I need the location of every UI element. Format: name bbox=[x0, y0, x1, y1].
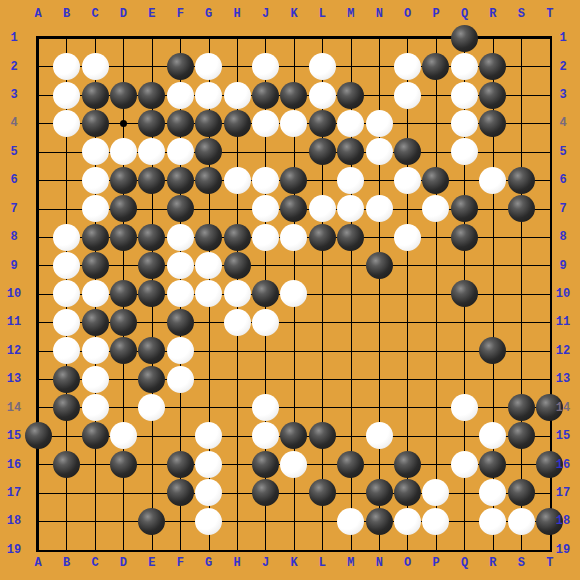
intersection-E2[interactable] bbox=[138, 52, 166, 80]
intersection-L4[interactable] bbox=[308, 109, 336, 137]
intersection-L10[interactable] bbox=[308, 280, 336, 308]
intersection-K4[interactable] bbox=[280, 109, 308, 137]
intersection-G8[interactable] bbox=[194, 223, 222, 251]
intersection-H4[interactable] bbox=[223, 109, 251, 137]
intersection-P9[interactable] bbox=[422, 251, 450, 279]
intersection-S11[interactable] bbox=[507, 308, 535, 336]
intersection-H18[interactable] bbox=[223, 507, 251, 535]
intersection-L12[interactable] bbox=[308, 336, 336, 364]
intersection-Q15[interactable] bbox=[450, 422, 478, 450]
intersection-L16[interactable] bbox=[308, 450, 336, 478]
intersection-K14[interactable] bbox=[280, 393, 308, 421]
intersection-R11[interactable] bbox=[479, 308, 507, 336]
intersection-J2[interactable] bbox=[251, 52, 279, 80]
intersection-P4[interactable] bbox=[422, 109, 450, 137]
intersection-G10[interactable] bbox=[194, 280, 222, 308]
intersection-S16[interactable] bbox=[507, 450, 535, 478]
intersection-Q6[interactable] bbox=[450, 166, 478, 194]
intersection-F13[interactable] bbox=[166, 365, 194, 393]
intersection-K18[interactable] bbox=[280, 507, 308, 535]
intersection-D10[interactable] bbox=[109, 280, 137, 308]
intersection-K15[interactable] bbox=[280, 422, 308, 450]
intersection-C4[interactable] bbox=[81, 109, 109, 137]
intersection-R7[interactable] bbox=[479, 194, 507, 222]
intersection-B18[interactable] bbox=[52, 507, 80, 535]
intersection-B13[interactable] bbox=[52, 365, 80, 393]
intersection-J3[interactable] bbox=[251, 81, 279, 109]
intersection-K3[interactable] bbox=[280, 81, 308, 109]
intersection-M12[interactable] bbox=[336, 336, 364, 364]
intersection-O17[interactable] bbox=[393, 479, 421, 507]
intersection-Q16[interactable] bbox=[450, 450, 478, 478]
intersection-H12[interactable] bbox=[223, 336, 251, 364]
intersection-H8[interactable] bbox=[223, 223, 251, 251]
intersection-G12[interactable] bbox=[194, 336, 222, 364]
intersection-S15[interactable] bbox=[507, 422, 535, 450]
intersection-C6[interactable] bbox=[81, 166, 109, 194]
intersection-F16[interactable] bbox=[166, 450, 194, 478]
intersection-C13[interactable] bbox=[81, 365, 109, 393]
intersection-L2[interactable] bbox=[308, 52, 336, 80]
intersection-R12[interactable] bbox=[479, 336, 507, 364]
intersection-O7[interactable] bbox=[393, 194, 421, 222]
intersection-F12[interactable] bbox=[166, 336, 194, 364]
intersection-H13[interactable] bbox=[223, 365, 251, 393]
intersection-H10[interactable] bbox=[223, 280, 251, 308]
intersection-P15[interactable] bbox=[422, 422, 450, 450]
intersection-M13[interactable] bbox=[336, 365, 364, 393]
intersection-O16[interactable] bbox=[393, 450, 421, 478]
intersection-B11[interactable] bbox=[52, 308, 80, 336]
intersection-F2[interactable] bbox=[166, 52, 194, 80]
intersection-E16[interactable] bbox=[138, 450, 166, 478]
intersection-S8[interactable] bbox=[507, 223, 535, 251]
intersection-G15[interactable] bbox=[194, 422, 222, 450]
intersection-J5[interactable] bbox=[251, 138, 279, 166]
intersection-R18[interactable] bbox=[479, 507, 507, 535]
intersection-P14[interactable] bbox=[422, 393, 450, 421]
intersection-Q9[interactable] bbox=[450, 251, 478, 279]
intersection-D14[interactable] bbox=[109, 393, 137, 421]
intersection-M5[interactable] bbox=[336, 138, 364, 166]
intersection-N3[interactable] bbox=[365, 81, 393, 109]
intersection-Q12[interactable] bbox=[450, 336, 478, 364]
intersection-O18[interactable] bbox=[393, 507, 421, 535]
intersection-O4[interactable] bbox=[393, 109, 421, 137]
intersection-A18[interactable] bbox=[24, 507, 52, 535]
intersection-K1[interactable] bbox=[280, 24, 308, 52]
intersection-N18[interactable] bbox=[365, 507, 393, 535]
intersection-G18[interactable] bbox=[194, 507, 222, 535]
intersection-M7[interactable] bbox=[336, 194, 364, 222]
intersection-B15[interactable] bbox=[52, 422, 80, 450]
intersection-J18[interactable] bbox=[251, 507, 279, 535]
intersection-S5[interactable] bbox=[507, 138, 535, 166]
intersection-B7[interactable] bbox=[52, 194, 80, 222]
intersection-R6[interactable] bbox=[479, 166, 507, 194]
intersection-J11[interactable] bbox=[251, 308, 279, 336]
intersection-M18[interactable] bbox=[336, 507, 364, 535]
intersection-F7[interactable] bbox=[166, 194, 194, 222]
intersection-P7[interactable] bbox=[422, 194, 450, 222]
intersection-C9[interactable] bbox=[81, 251, 109, 279]
intersection-P17[interactable] bbox=[422, 479, 450, 507]
intersection-G7[interactable] bbox=[194, 194, 222, 222]
intersection-G9[interactable] bbox=[194, 251, 222, 279]
intersection-L17[interactable] bbox=[308, 479, 336, 507]
intersection-E1[interactable] bbox=[138, 24, 166, 52]
intersection-C14[interactable] bbox=[81, 393, 109, 421]
intersection-O13[interactable] bbox=[393, 365, 421, 393]
intersection-N10[interactable] bbox=[365, 280, 393, 308]
intersection-K10[interactable] bbox=[280, 280, 308, 308]
intersection-S1[interactable] bbox=[507, 24, 535, 52]
intersection-M17[interactable] bbox=[336, 479, 364, 507]
intersection-D5[interactable] bbox=[109, 138, 137, 166]
intersection-F15[interactable] bbox=[166, 422, 194, 450]
intersection-G16[interactable] bbox=[194, 450, 222, 478]
intersection-R3[interactable] bbox=[479, 81, 507, 109]
intersection-F9[interactable] bbox=[166, 251, 194, 279]
intersection-G17[interactable] bbox=[194, 479, 222, 507]
intersection-N15[interactable] bbox=[365, 422, 393, 450]
intersection-N8[interactable] bbox=[365, 223, 393, 251]
intersection-M16[interactable] bbox=[336, 450, 364, 478]
intersection-K5[interactable] bbox=[280, 138, 308, 166]
intersection-H7[interactable] bbox=[223, 194, 251, 222]
intersection-Q17[interactable] bbox=[450, 479, 478, 507]
intersection-F5[interactable] bbox=[166, 138, 194, 166]
intersection-D16[interactable] bbox=[109, 450, 137, 478]
intersection-S2[interactable] bbox=[507, 52, 535, 80]
intersection-L3[interactable] bbox=[308, 81, 336, 109]
intersection-K11[interactable] bbox=[280, 308, 308, 336]
intersection-E18[interactable] bbox=[138, 507, 166, 535]
intersection-D17[interactable] bbox=[109, 479, 137, 507]
intersection-O3[interactable] bbox=[393, 81, 421, 109]
intersection-A16[interactable] bbox=[24, 450, 52, 478]
intersection-H14[interactable] bbox=[223, 393, 251, 421]
intersection-O5[interactable] bbox=[393, 138, 421, 166]
intersection-Q4[interactable] bbox=[450, 109, 478, 137]
intersection-O6[interactable] bbox=[393, 166, 421, 194]
intersection-H2[interactable] bbox=[223, 52, 251, 80]
intersection-G1[interactable] bbox=[194, 24, 222, 52]
intersection-Q11[interactable] bbox=[450, 308, 478, 336]
intersection-Q8[interactable] bbox=[450, 223, 478, 251]
intersection-C16[interactable] bbox=[81, 450, 109, 478]
intersection-P8[interactable] bbox=[422, 223, 450, 251]
intersection-O10[interactable] bbox=[393, 280, 421, 308]
intersection-B14[interactable] bbox=[52, 393, 80, 421]
intersection-H3[interactable] bbox=[223, 81, 251, 109]
intersection-L13[interactable] bbox=[308, 365, 336, 393]
intersection-L5[interactable] bbox=[308, 138, 336, 166]
intersection-D9[interactable] bbox=[109, 251, 137, 279]
intersection-F1[interactable] bbox=[166, 24, 194, 52]
intersection-J17[interactable] bbox=[251, 479, 279, 507]
intersection-N14[interactable] bbox=[365, 393, 393, 421]
intersection-A1[interactable] bbox=[24, 24, 52, 52]
intersection-G4[interactable] bbox=[194, 109, 222, 137]
intersection-Q7[interactable] bbox=[450, 194, 478, 222]
intersection-O9[interactable] bbox=[393, 251, 421, 279]
intersection-J4[interactable] bbox=[251, 109, 279, 137]
intersection-H15[interactable] bbox=[223, 422, 251, 450]
intersection-S6[interactable] bbox=[507, 166, 535, 194]
intersection-J13[interactable] bbox=[251, 365, 279, 393]
intersection-C12[interactable] bbox=[81, 336, 109, 364]
intersection-J9[interactable] bbox=[251, 251, 279, 279]
intersection-O12[interactable] bbox=[393, 336, 421, 364]
intersection-K6[interactable] bbox=[280, 166, 308, 194]
intersection-S14[interactable] bbox=[507, 393, 535, 421]
intersection-A2[interactable] bbox=[24, 52, 52, 80]
intersection-R8[interactable] bbox=[479, 223, 507, 251]
intersection-F11[interactable] bbox=[166, 308, 194, 336]
intersection-F10[interactable] bbox=[166, 280, 194, 308]
intersection-N2[interactable] bbox=[365, 52, 393, 80]
intersection-L6[interactable] bbox=[308, 166, 336, 194]
intersection-A6[interactable] bbox=[24, 166, 52, 194]
intersection-C17[interactable] bbox=[81, 479, 109, 507]
intersection-K17[interactable] bbox=[280, 479, 308, 507]
intersection-A9[interactable] bbox=[24, 251, 52, 279]
intersection-Q2[interactable] bbox=[450, 52, 478, 80]
intersection-O15[interactable] bbox=[393, 422, 421, 450]
intersection-G5[interactable] bbox=[194, 138, 222, 166]
intersection-R13[interactable] bbox=[479, 365, 507, 393]
intersection-F3[interactable] bbox=[166, 81, 194, 109]
intersection-D18[interactable] bbox=[109, 507, 137, 535]
intersection-S18[interactable] bbox=[507, 507, 535, 535]
intersection-Q18[interactable] bbox=[450, 507, 478, 535]
intersection-J12[interactable] bbox=[251, 336, 279, 364]
intersection-H1[interactable] bbox=[223, 24, 251, 52]
intersection-N17[interactable] bbox=[365, 479, 393, 507]
intersection-O11[interactable] bbox=[393, 308, 421, 336]
intersection-P3[interactable] bbox=[422, 81, 450, 109]
intersection-M10[interactable] bbox=[336, 280, 364, 308]
intersection-B2[interactable] bbox=[52, 52, 80, 80]
intersection-E7[interactable] bbox=[138, 194, 166, 222]
intersection-H11[interactable] bbox=[223, 308, 251, 336]
intersection-S13[interactable] bbox=[507, 365, 535, 393]
intersection-E17[interactable] bbox=[138, 479, 166, 507]
intersection-A7[interactable] bbox=[24, 194, 52, 222]
intersection-Q14[interactable] bbox=[450, 393, 478, 421]
intersection-D1[interactable] bbox=[109, 24, 137, 52]
intersection-D12[interactable] bbox=[109, 336, 137, 364]
intersection-J10[interactable] bbox=[251, 280, 279, 308]
intersection-N1[interactable] bbox=[365, 24, 393, 52]
intersection-P13[interactable] bbox=[422, 365, 450, 393]
intersection-D6[interactable] bbox=[109, 166, 137, 194]
intersection-P12[interactable] bbox=[422, 336, 450, 364]
intersection-P2[interactable] bbox=[422, 52, 450, 80]
intersection-P5[interactable] bbox=[422, 138, 450, 166]
intersection-G6[interactable] bbox=[194, 166, 222, 194]
intersection-M14[interactable] bbox=[336, 393, 364, 421]
intersection-B17[interactable] bbox=[52, 479, 80, 507]
intersection-R5[interactable] bbox=[479, 138, 507, 166]
intersection-K9[interactable] bbox=[280, 251, 308, 279]
intersection-A11[interactable] bbox=[24, 308, 52, 336]
intersection-S10[interactable] bbox=[507, 280, 535, 308]
intersection-M4[interactable] bbox=[336, 109, 364, 137]
intersection-B5[interactable] bbox=[52, 138, 80, 166]
intersection-R14[interactable] bbox=[479, 393, 507, 421]
intersection-A12[interactable] bbox=[24, 336, 52, 364]
intersection-A8[interactable] bbox=[24, 223, 52, 251]
intersection-C1[interactable] bbox=[81, 24, 109, 52]
intersection-M1[interactable] bbox=[336, 24, 364, 52]
intersection-G11[interactable] bbox=[194, 308, 222, 336]
intersection-L9[interactable] bbox=[308, 251, 336, 279]
intersection-Q5[interactable] bbox=[450, 138, 478, 166]
intersection-L14[interactable] bbox=[308, 393, 336, 421]
intersection-C15[interactable] bbox=[81, 422, 109, 450]
intersection-E15[interactable] bbox=[138, 422, 166, 450]
intersection-L15[interactable] bbox=[308, 422, 336, 450]
intersection-R4[interactable] bbox=[479, 109, 507, 137]
intersection-O14[interactable] bbox=[393, 393, 421, 421]
intersection-C5[interactable] bbox=[81, 138, 109, 166]
intersection-D8[interactable] bbox=[109, 223, 137, 251]
intersection-A15[interactable] bbox=[24, 422, 52, 450]
intersection-B4[interactable] bbox=[52, 109, 80, 137]
intersection-E6[interactable] bbox=[138, 166, 166, 194]
intersection-D11[interactable] bbox=[109, 308, 137, 336]
intersection-K7[interactable] bbox=[280, 194, 308, 222]
intersection-M8[interactable] bbox=[336, 223, 364, 251]
intersection-A3[interactable] bbox=[24, 81, 52, 109]
intersection-Q1[interactable] bbox=[450, 24, 478, 52]
intersection-C18[interactable] bbox=[81, 507, 109, 535]
intersection-E5[interactable] bbox=[138, 138, 166, 166]
intersection-N16[interactable] bbox=[365, 450, 393, 478]
intersection-C2[interactable] bbox=[81, 52, 109, 80]
intersection-J7[interactable] bbox=[251, 194, 279, 222]
intersection-N4[interactable] bbox=[365, 109, 393, 137]
intersection-Q13[interactable] bbox=[450, 365, 478, 393]
intersection-C3[interactable] bbox=[81, 81, 109, 109]
intersection-E10[interactable] bbox=[138, 280, 166, 308]
intersection-D4[interactable] bbox=[109, 109, 137, 137]
intersection-P6[interactable] bbox=[422, 166, 450, 194]
intersection-M9[interactable] bbox=[336, 251, 364, 279]
intersection-K8[interactable] bbox=[280, 223, 308, 251]
intersection-E11[interactable] bbox=[138, 308, 166, 336]
intersection-A4[interactable] bbox=[24, 109, 52, 137]
intersection-K12[interactable] bbox=[280, 336, 308, 364]
intersection-N7[interactable] bbox=[365, 194, 393, 222]
intersection-R10[interactable] bbox=[479, 280, 507, 308]
intersection-B1[interactable] bbox=[52, 24, 80, 52]
intersection-N12[interactable] bbox=[365, 336, 393, 364]
intersection-E4[interactable] bbox=[138, 109, 166, 137]
intersection-K2[interactable] bbox=[280, 52, 308, 80]
intersection-H17[interactable] bbox=[223, 479, 251, 507]
intersection-R16[interactable] bbox=[479, 450, 507, 478]
intersection-H9[interactable] bbox=[223, 251, 251, 279]
intersection-Q10[interactable] bbox=[450, 280, 478, 308]
intersection-J16[interactable] bbox=[251, 450, 279, 478]
intersection-H6[interactable] bbox=[223, 166, 251, 194]
intersection-S12[interactable] bbox=[507, 336, 535, 364]
intersection-G2[interactable] bbox=[194, 52, 222, 80]
intersection-B3[interactable] bbox=[52, 81, 80, 109]
intersection-F8[interactable] bbox=[166, 223, 194, 251]
intersection-G13[interactable] bbox=[194, 365, 222, 393]
intersection-H16[interactable] bbox=[223, 450, 251, 478]
intersection-P1[interactable] bbox=[422, 24, 450, 52]
intersection-L1[interactable] bbox=[308, 24, 336, 52]
intersection-G3[interactable] bbox=[194, 81, 222, 109]
intersection-C11[interactable] bbox=[81, 308, 109, 336]
intersection-O1[interactable] bbox=[393, 24, 421, 52]
intersection-L18[interactable] bbox=[308, 507, 336, 535]
intersection-S4[interactable] bbox=[507, 109, 535, 137]
intersection-E14[interactable] bbox=[138, 393, 166, 421]
intersection-B9[interactable] bbox=[52, 251, 80, 279]
intersection-C8[interactable] bbox=[81, 223, 109, 251]
intersection-G14[interactable] bbox=[194, 393, 222, 421]
intersection-S3[interactable] bbox=[507, 81, 535, 109]
intersection-D7[interactable] bbox=[109, 194, 137, 222]
intersection-B10[interactable] bbox=[52, 280, 80, 308]
intersection-N13[interactable] bbox=[365, 365, 393, 393]
intersection-J8[interactable] bbox=[251, 223, 279, 251]
intersection-N6[interactable] bbox=[365, 166, 393, 194]
intersection-D15[interactable] bbox=[109, 422, 137, 450]
intersection-R1[interactable] bbox=[479, 24, 507, 52]
intersection-L8[interactable] bbox=[308, 223, 336, 251]
intersection-A10[interactable] bbox=[24, 280, 52, 308]
intersection-N9[interactable] bbox=[365, 251, 393, 279]
intersection-L7[interactable] bbox=[308, 194, 336, 222]
intersection-J15[interactable] bbox=[251, 422, 279, 450]
intersection-E3[interactable] bbox=[138, 81, 166, 109]
intersection-H5[interactable] bbox=[223, 138, 251, 166]
intersection-P16[interactable] bbox=[422, 450, 450, 478]
intersection-M15[interactable] bbox=[336, 422, 364, 450]
intersection-M6[interactable] bbox=[336, 166, 364, 194]
intersection-M11[interactable] bbox=[336, 308, 364, 336]
intersection-E13[interactable] bbox=[138, 365, 166, 393]
intersection-F4[interactable] bbox=[166, 109, 194, 137]
intersection-J14[interactable] bbox=[251, 393, 279, 421]
intersection-B6[interactable] bbox=[52, 166, 80, 194]
intersection-B12[interactable] bbox=[52, 336, 80, 364]
intersection-L11[interactable] bbox=[308, 308, 336, 336]
intersection-M3[interactable] bbox=[336, 81, 364, 109]
intersection-S9[interactable] bbox=[507, 251, 535, 279]
intersection-N5[interactable] bbox=[365, 138, 393, 166]
intersection-F18[interactable] bbox=[166, 507, 194, 535]
intersection-A17[interactable] bbox=[24, 479, 52, 507]
intersection-M2[interactable] bbox=[336, 52, 364, 80]
intersection-A5[interactable] bbox=[24, 138, 52, 166]
intersection-D3[interactable] bbox=[109, 81, 137, 109]
intersection-C10[interactable] bbox=[81, 280, 109, 308]
intersection-A13[interactable] bbox=[24, 365, 52, 393]
intersection-A14[interactable] bbox=[24, 393, 52, 421]
intersection-K16[interactable] bbox=[280, 450, 308, 478]
intersection-K13[interactable] bbox=[280, 365, 308, 393]
intersection-E8[interactable] bbox=[138, 223, 166, 251]
intersection-N11[interactable] bbox=[365, 308, 393, 336]
